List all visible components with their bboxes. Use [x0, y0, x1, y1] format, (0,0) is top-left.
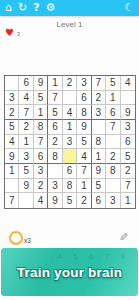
top-bar: ⌂ ↻ ? ⚙ ☾ — [0, 0, 139, 16]
sudoku-cell-r5c5[interactable]: 3 — [63, 135, 77, 150]
sudoku-cell-r6c4[interactable]: 8 — [48, 149, 62, 164]
sudoku-cell-r2c7[interactable]: 2 — [92, 91, 106, 106]
sudoku-cell-r3c2[interactable]: 7 — [19, 105, 33, 120]
sudoku-cell-r4c1[interactable]: 5 — [5, 120, 19, 135]
level-label: Level 1 — [0, 20, 139, 29]
sudoku-cell-r2c9[interactable] — [121, 91, 135, 106]
sudoku-cell-r2c3[interactable]: 5 — [34, 91, 48, 106]
sudoku-cell-r6c9[interactable]: 5 — [121, 149, 135, 164]
home-icon[interactable]: ⌂ — [5, 0, 12, 16]
sudoku-board: 6912375434576212715483695286197341723586… — [4, 75, 136, 209]
sudoku-cell-r4c3[interactable]: 8 — [34, 120, 48, 135]
help-icon[interactable]: ? — [33, 0, 39, 16]
sudoku-cell-r2c8[interactable]: 1 — [106, 91, 120, 106]
sudoku-cell-r1c7[interactable]: 7 — [92, 76, 106, 91]
lives-count: :3 — [15, 31, 20, 37]
pencil-icon[interactable]: ✎ — [119, 231, 128, 244]
sudoku-cell-r1c1[interactable] — [5, 76, 19, 91]
sudoku-cell-r2c4[interactable]: 7 — [48, 91, 62, 106]
sudoku-cell-r6c7[interactable]: 1 — [92, 149, 106, 164]
sudoku-cell-r6c6[interactable]: 4 — [77, 149, 91, 164]
sudoku-cell-r9c7[interactable]: 6 — [92, 193, 106, 208]
sudoku-cell-r1c2[interactable]: 6 — [19, 76, 33, 91]
sudoku-cell-r5c3[interactable]: 7 — [34, 135, 48, 150]
sudoku-cell-r4c2[interactable]: 2 — [19, 120, 33, 135]
sudoku-cell-r7c7[interactable]: 9 — [92, 164, 106, 179]
sudoku-cell-r6c8[interactable]: 2 — [106, 149, 120, 164]
sudoku-cell-r6c5[interactable] — [63, 149, 77, 164]
sudoku-cell-r4c9[interactable]: 3 — [121, 120, 135, 135]
sudoku-cell-r9c3[interactable]: 4 — [34, 193, 48, 208]
dark-mode-icon[interactable]: ☾ — [124, 0, 134, 16]
sudoku-cell-r3c9[interactable]: 9 — [121, 105, 135, 120]
sudoku-cell-r7c1[interactable]: 1 — [5, 164, 19, 179]
sudoku-cell-r9c9[interactable]: 1 — [121, 193, 135, 208]
sudoku-cell-r9c6[interactable]: 2 — [77, 193, 91, 208]
sudoku-cell-r8c1[interactable] — [5, 179, 19, 194]
sudoku-cell-r6c1[interactable]: 9 — [5, 149, 19, 164]
lives-indicator: ♥ :3 — [5, 28, 20, 38]
ad-banner-text: Train your brain — [1, 248, 138, 296]
sudoku-cell-r6c2[interactable]: 3 — [19, 149, 33, 164]
sudoku-cell-r5c9[interactable]: 6 — [121, 135, 135, 150]
sudoku-cell-r5c2[interactable]: 1 — [19, 135, 33, 150]
sudoku-cell-r7c4[interactable] — [48, 164, 62, 179]
sudoku-cell-r5c1[interactable]: 4 — [5, 135, 19, 150]
sudoku-cell-r3c7[interactable]: 3 — [92, 105, 106, 120]
app-screen: ⌂ ↻ ? ⚙ ☾ Level 1 ♥ :3 69123754345762127… — [0, 0, 139, 300]
sudoku-cell-r3c1[interactable]: 2 — [5, 105, 19, 120]
sudoku-cell-r8c8[interactable] — [106, 179, 120, 194]
sudoku-cell-r9c2[interactable] — [19, 193, 33, 208]
sudoku-cell-r1c4[interactable]: 1 — [48, 76, 62, 91]
sudoku-cell-r3c8[interactable]: 6 — [106, 105, 120, 120]
sudoku-cell-r3c4[interactable]: 5 — [48, 105, 62, 120]
sudoku-cell-r6c3[interactable]: 6 — [34, 149, 48, 164]
sudoku-cell-r9c1[interactable]: 7 — [5, 193, 19, 208]
sudoku-cell-r8c4[interactable]: 3 — [48, 179, 62, 194]
sudoku-cell-r3c3[interactable]: 1 — [34, 105, 48, 120]
heart-icon: ♥ — [5, 28, 14, 38]
sudoku-cell-r7c3[interactable]: 3 — [34, 164, 48, 179]
sudoku-cell-r2c2[interactable]: 4 — [19, 91, 33, 106]
sudoku-cell-r4c8[interactable]: 7 — [106, 120, 120, 135]
sudoku-cell-r4c4[interactable]: 6 — [48, 120, 62, 135]
sudoku-cell-r5c6[interactable]: 5 — [77, 135, 91, 150]
hint-count: x3 — [24, 237, 31, 244]
settings-icon[interactable]: ⚙ — [46, 0, 56, 16]
sudoku-cell-r8c5[interactable]: 8 — [63, 179, 77, 194]
sudoku-cell-r1c6[interactable]: 3 — [77, 76, 91, 91]
sudoku-cell-r4c7[interactable] — [92, 120, 106, 135]
sudoku-cell-r5c4[interactable]: 2 — [48, 135, 62, 150]
sudoku-cell-r2c6[interactable]: 6 — [77, 91, 91, 106]
sudoku-cell-r5c7[interactable]: 8 — [92, 135, 106, 150]
sudoku-cell-r3c5[interactable]: 4 — [63, 105, 77, 120]
sudoku-cell-r5c8[interactable] — [106, 135, 120, 150]
ad-banner[interactable]: 4 5 6 7 8 Train your brain — [1, 248, 138, 296]
sudoku-cell-r2c1[interactable]: 3 — [5, 91, 19, 106]
sudoku-cell-r7c2[interactable]: 5 — [19, 164, 33, 179]
sudoku-cell-r8c2[interactable]: 9 — [19, 179, 33, 194]
sudoku-cell-r8c7[interactable]: 5 — [92, 179, 106, 194]
sudoku-cell-r4c6[interactable]: 9 — [77, 120, 91, 135]
sudoku-cell-r7c8[interactable]: 8 — [106, 164, 120, 179]
sudoku-cell-r9c4[interactable]: 9 — [48, 193, 62, 208]
sudoku-cell-r9c8[interactable]: 3 — [106, 193, 120, 208]
sudoku-cell-r1c3[interactable]: 9 — [34, 76, 48, 91]
restart-icon[interactable]: ↻ — [18, 0, 27, 16]
sudoku-cell-r7c6[interactable]: 7 — [77, 164, 91, 179]
sudoku-cell-r8c9[interactable]: 7 — [121, 179, 135, 194]
sudoku-cell-r1c5[interactable]: 2 — [63, 76, 77, 91]
sudoku-cell-r4c5[interactable]: 1 — [63, 120, 77, 135]
sudoku-cell-r2c5[interactable] — [63, 91, 77, 106]
sudoku-cell-r1c9[interactable]: 4 — [121, 76, 135, 91]
sudoku-cell-r7c9[interactable]: 2 — [121, 164, 135, 179]
sudoku-cell-r8c6[interactable]: 1 — [77, 179, 91, 194]
hint-icon[interactable] — [9, 231, 23, 245]
sudoku-cell-r3c6[interactable]: 8 — [77, 105, 91, 120]
sudoku-cell-r1c8[interactable]: 5 — [106, 76, 120, 91]
sudoku-cell-r9c5[interactable]: 5 — [63, 193, 77, 208]
sudoku-cell-r7c5[interactable]: 6 — [63, 164, 77, 179]
sudoku-cell-r8c3[interactable]: 2 — [34, 179, 48, 194]
